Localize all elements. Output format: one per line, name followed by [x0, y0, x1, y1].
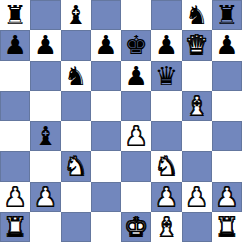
white-rook-piece: ♜ — [3, 212, 26, 242]
square-d1[interactable] — [91, 212, 121, 242]
white-knight-piece: ♞ — [155, 151, 178, 181]
square-f6[interactable]: ♛ — [151, 61, 181, 91]
square-b4[interactable]: ♝ — [30, 121, 60, 151]
square-a7[interactable]: ♟ — [0, 30, 30, 60]
white-bishop-piece: ♝ — [185, 91, 208, 121]
square-b6[interactable] — [30, 61, 60, 91]
black-bishop-piece: ♝ — [64, 0, 87, 30]
square-e3[interactable] — [121, 151, 151, 181]
square-f1[interactable]: ♝ — [151, 212, 181, 242]
square-f4[interactable] — [151, 121, 181, 151]
square-e1[interactable]: ♚ — [121, 212, 151, 242]
white-king-piece: ♚ — [124, 212, 147, 242]
black-pawn-piece: ♟ — [3, 30, 26, 60]
square-h5[interactable] — [212, 91, 242, 121]
black-rook-piece: ♜ — [3, 0, 26, 30]
square-b5[interactable] — [30, 91, 60, 121]
black-pawn-piece: ♟ — [124, 61, 147, 91]
square-d6[interactable] — [91, 61, 121, 91]
square-d7[interactable]: ♟ — [91, 30, 121, 60]
square-a5[interactable] — [0, 91, 30, 121]
square-f7[interactable]: ♟ — [151, 30, 181, 60]
square-e8[interactable] — [121, 0, 151, 30]
square-b1[interactable] — [30, 212, 60, 242]
square-a1[interactable]: ♜ — [0, 212, 30, 242]
square-h1[interactable]: ♜ — [212, 212, 242, 242]
square-b7[interactable]: ♟ — [30, 30, 60, 60]
square-c6[interactable]: ♞ — [61, 61, 91, 91]
square-g4[interactable] — [182, 121, 212, 151]
square-c5[interactable] — [61, 91, 91, 121]
square-f3[interactable]: ♞ — [151, 151, 181, 181]
square-f8[interactable] — [151, 0, 181, 30]
white-pawn-piece: ♟ — [185, 182, 208, 212]
white-rook-piece: ♜ — [215, 212, 238, 242]
square-c4[interactable] — [61, 121, 91, 151]
square-g5[interactable]: ♝ — [182, 91, 212, 121]
square-b8[interactable] — [30, 0, 60, 30]
square-e5[interactable] — [121, 91, 151, 121]
square-f5[interactable] — [151, 91, 181, 121]
square-h6[interactable] — [212, 61, 242, 91]
black-bishop-piece: ♝ — [34, 121, 57, 151]
black-knight-piece: ♞ — [185, 0, 208, 30]
square-c2[interactable] — [61, 182, 91, 212]
square-e4[interactable]: ♟ — [121, 121, 151, 151]
square-d8[interactable] — [91, 0, 121, 30]
square-c8[interactable]: ♝ — [61, 0, 91, 30]
square-g3[interactable] — [182, 151, 212, 181]
square-b3[interactable] — [30, 151, 60, 181]
white-bishop-piece: ♝ — [155, 212, 178, 242]
white-queen-piece: ♛ — [185, 30, 208, 60]
black-knight-piece: ♞ — [64, 61, 87, 91]
square-f2[interactable]: ♟ — [151, 182, 181, 212]
square-e7[interactable]: ♚ — [121, 30, 151, 60]
white-pawn-piece: ♟ — [215, 182, 238, 212]
square-g6[interactable] — [182, 61, 212, 91]
black-pawn-piece: ♟ — [215, 30, 238, 60]
square-g7[interactable]: ♛ — [182, 30, 212, 60]
white-pawn-piece: ♟ — [155, 182, 178, 212]
square-a2[interactable]: ♟ — [0, 182, 30, 212]
square-h3[interactable] — [212, 151, 242, 181]
black-pawn-piece: ♟ — [155, 30, 178, 60]
white-knight-piece: ♞ — [64, 151, 87, 181]
square-e2[interactable] — [121, 182, 151, 212]
white-pawn-piece: ♟ — [3, 182, 26, 212]
square-g1[interactable] — [182, 212, 212, 242]
black-king-piece: ♚ — [124, 30, 147, 60]
square-a4[interactable] — [0, 121, 30, 151]
square-h7[interactable]: ♟ — [212, 30, 242, 60]
black-queen-piece: ♛ — [155, 61, 178, 91]
square-e6[interactable]: ♟ — [121, 61, 151, 91]
black-rook-piece: ♜ — [215, 0, 238, 30]
square-b2[interactable]: ♟ — [30, 182, 60, 212]
square-a6[interactable] — [0, 61, 30, 91]
square-h4[interactable] — [212, 121, 242, 151]
square-d2[interactable] — [91, 182, 121, 212]
square-c7[interactable] — [61, 30, 91, 60]
chess-board: ♜♝♞♜♟♟♟♚♟♛♟♞♟♛♝♝♟♞♞♟♟♟♟♟♜♚♝♜ — [0, 0, 242, 242]
square-h2[interactable]: ♟ — [212, 182, 242, 212]
square-g8[interactable]: ♞ — [182, 0, 212, 30]
square-c1[interactable] — [61, 212, 91, 242]
square-c3[interactable]: ♞ — [61, 151, 91, 181]
square-d4[interactable] — [91, 121, 121, 151]
white-pawn-piece: ♟ — [124, 121, 147, 151]
square-a8[interactable]: ♜ — [0, 0, 30, 30]
square-d5[interactable] — [91, 91, 121, 121]
black-pawn-piece: ♟ — [94, 30, 117, 60]
square-a3[interactable] — [0, 151, 30, 181]
black-pawn-piece: ♟ — [34, 30, 57, 60]
square-g2[interactable]: ♟ — [182, 182, 212, 212]
square-d3[interactable] — [91, 151, 121, 181]
square-h8[interactable]: ♜ — [212, 0, 242, 30]
white-pawn-piece: ♟ — [34, 182, 57, 212]
